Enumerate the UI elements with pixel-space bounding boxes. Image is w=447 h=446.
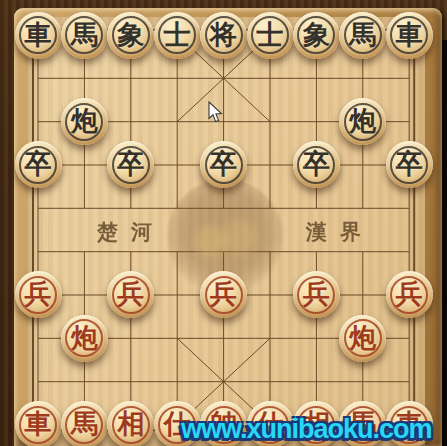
piece-black-horse[interactable]: 馬 — [339, 12, 386, 59]
piece-glyph: 炮 — [71, 107, 98, 134]
piece-glyph: 馬 — [349, 21, 376, 48]
piece-black-horse[interactable]: 馬 — [61, 12, 108, 59]
piece-glyph: 卒 — [25, 150, 52, 177]
piece-black-advisor[interactable]: 士 — [154, 12, 201, 59]
piece-red-elephant[interactable]: 相 — [107, 401, 154, 446]
piece-red-soldier[interactable]: 兵 — [15, 271, 62, 318]
piece-glyph: 卒 — [117, 150, 144, 177]
piece-black-chariot[interactable]: 車 — [386, 12, 433, 59]
piece-red-cannon[interactable]: 炮 — [339, 315, 386, 362]
piece-glyph: 士 — [257, 21, 284, 48]
piece-glyph: 炮 — [71, 324, 98, 351]
piece-glyph: 馬 — [71, 410, 98, 437]
piece-black-elephant[interactable]: 象 — [293, 12, 340, 59]
river-label-han-jie: 漢界 — [306, 219, 374, 244]
piece-black-advisor[interactable]: 士 — [247, 12, 294, 59]
piece-glyph: 兵 — [25, 280, 52, 307]
piece-glyph: 相 — [117, 410, 144, 437]
piece-black-chariot[interactable]: 車 — [15, 12, 62, 59]
piece-glyph: 卒 — [396, 150, 423, 177]
piece-glyph: 兵 — [210, 280, 237, 307]
piece-glyph: 炮 — [349, 107, 376, 134]
piece-black-cannon[interactable]: 炮 — [61, 98, 108, 145]
piece-glyph: 卒 — [303, 150, 330, 177]
piece-glyph: 象 — [117, 21, 144, 48]
mouse-cursor — [208, 101, 224, 124]
site-watermark: www.xunibaoku.com — [181, 414, 432, 445]
piece-black-soldier[interactable]: 卒 — [15, 141, 62, 188]
piece-red-cannon[interactable]: 炮 — [61, 315, 108, 362]
piece-glyph: 馬 — [71, 21, 98, 48]
piece-glyph: 将 — [210, 21, 237, 48]
piece-glyph: 兵 — [303, 280, 330, 307]
piece-glyph: 車 — [25, 410, 52, 437]
piece-red-horse[interactable]: 馬 — [61, 401, 108, 446]
piece-red-soldier[interactable]: 兵 — [386, 271, 433, 318]
piece-glyph: 士 — [164, 21, 191, 48]
piece-black-soldier[interactable]: 卒 — [386, 141, 433, 188]
piece-red-chariot[interactable]: 車 — [15, 401, 62, 446]
piece-glyph: 兵 — [117, 280, 144, 307]
piece-glyph: 卒 — [210, 150, 237, 177]
piece-glyph: 車 — [25, 21, 52, 48]
river-label-chu-he: 楚河 — [97, 219, 165, 244]
xiangqi-board-screen: 楚河 漢界 車馬象士将士象馬車炮炮卒卒卒卒卒兵兵兵兵兵炮炮車馬相仕帥仕相馬車 w… — [0, 0, 447, 446]
piece-glyph: 炮 — [349, 324, 376, 351]
piece-black-elephant[interactable]: 象 — [107, 12, 154, 59]
piece-glyph: 象 — [303, 21, 330, 48]
piece-glyph: 兵 — [396, 280, 423, 307]
piece-glyph: 車 — [396, 21, 423, 48]
piece-black-general[interactable]: 将 — [200, 12, 247, 59]
